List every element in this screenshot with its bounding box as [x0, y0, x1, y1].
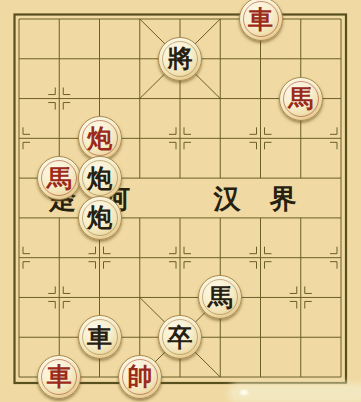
piece-glyph: 車 — [248, 7, 273, 32]
piece-glyph: 車 — [47, 364, 72, 389]
piece-black-soldier[interactable]: 卒 — [158, 315, 202, 359]
piece-red-chariot[interactable]: 車 — [239, 0, 283, 41]
piece-glyph: 炮 — [87, 166, 112, 191]
board[interactable]: 車將馬炮馬炮炮馬車卒車帥 — [0, 0, 361, 397]
xiangqi-screenshot: 楚 河 汉 界 車將馬炮馬炮炮馬車卒車帥 — [0, 0, 361, 402]
piece-glyph: 炮 — [87, 205, 112, 230]
piece-black-general[interactable]: 將 — [158, 37, 202, 81]
piece-black-horse[interactable]: 馬 — [198, 275, 242, 319]
piece-red-general[interactable]: 帥 — [118, 355, 162, 399]
piece-glyph: 將 — [168, 46, 193, 71]
piece-glyph: 卒 — [168, 325, 193, 350]
piece-glyph: 馬 — [208, 285, 233, 310]
piece-glyph: 車 — [87, 325, 112, 350]
piece-black-chariot[interactable]: 車 — [78, 315, 122, 359]
piece-glyph: 馬 — [47, 166, 72, 191]
watermark-speck — [240, 390, 248, 395]
piece-red-horse[interactable]: 馬 — [37, 156, 81, 200]
piece-glyph: 炮 — [87, 126, 112, 151]
piece-red-horse[interactable]: 馬 — [279, 77, 323, 121]
piece-glyph: 帥 — [127, 364, 152, 389]
piece-red-cannon[interactable]: 炮 — [78, 116, 122, 160]
piece-black-cannon[interactable]: 炮 — [78, 156, 122, 200]
piece-red-chariot[interactable]: 車 — [37, 355, 81, 399]
piece-glyph: 馬 — [288, 86, 313, 111]
piece-black-cannon[interactable]: 炮 — [78, 196, 122, 240]
